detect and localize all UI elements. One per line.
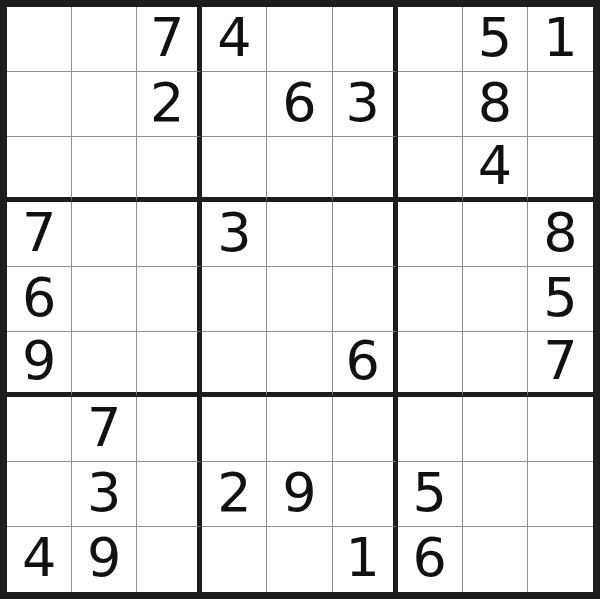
cell-r6c4[interactable]: [202, 332, 267, 397]
cell-r1c9[interactable]: 1: [528, 7, 593, 72]
cell-r3c7[interactable]: [398, 137, 463, 202]
cell-r3c8[interactable]: 4: [463, 137, 528, 202]
cell-r5c2[interactable]: [72, 267, 137, 332]
cell-r6c6[interactable]: 6: [333, 332, 398, 397]
cell-r6c8[interactable]: [463, 332, 528, 397]
cell-r9c5[interactable]: [267, 527, 332, 592]
cell-r2c9[interactable]: [528, 72, 593, 137]
cell-r4c8[interactable]: [463, 202, 528, 267]
cell-r9c6[interactable]: 1: [333, 527, 398, 592]
cell-r4c1[interactable]: 7: [7, 202, 72, 267]
cell-r1c6[interactable]: [333, 7, 398, 72]
cell-r3c6[interactable]: [333, 137, 398, 202]
cell-r9c8[interactable]: [463, 527, 528, 592]
cell-r5c9[interactable]: 5: [528, 267, 593, 332]
cell-r2c8[interactable]: 8: [463, 72, 528, 137]
cell-r9c2[interactable]: 9: [72, 527, 137, 592]
cell-r7c5[interactable]: [267, 397, 332, 462]
cell-r7c6[interactable]: [333, 397, 398, 462]
cell-r1c5[interactable]: [267, 7, 332, 72]
cell-r4c9[interactable]: 8: [528, 202, 593, 267]
cell-r7c9[interactable]: [528, 397, 593, 462]
cell-r6c9[interactable]: 7: [528, 332, 593, 397]
cell-r5c6[interactable]: [333, 267, 398, 332]
cell-r8c4[interactable]: 2: [202, 462, 267, 527]
cell-r5c4[interactable]: [202, 267, 267, 332]
cell-r4c7[interactable]: [398, 202, 463, 267]
cell-r7c2[interactable]: 7: [72, 397, 137, 462]
cell-r8c9[interactable]: [528, 462, 593, 527]
cell-r6c5[interactable]: [267, 332, 332, 397]
cell-r9c4[interactable]: [202, 527, 267, 592]
cell-r8c8[interactable]: [463, 462, 528, 527]
cell-r3c1[interactable]: [7, 137, 72, 202]
cell-r9c7[interactable]: 6: [398, 527, 463, 592]
cell-r2c4[interactable]: [202, 72, 267, 137]
cell-r8c7[interactable]: 5: [398, 462, 463, 527]
cell-r6c7[interactable]: [398, 332, 463, 397]
cell-r8c2[interactable]: 3: [72, 462, 137, 527]
cell-r9c9[interactable]: [528, 527, 593, 592]
cell-r1c2[interactable]: [72, 7, 137, 72]
cell-r4c6[interactable]: [333, 202, 398, 267]
cell-r3c2[interactable]: [72, 137, 137, 202]
cell-r8c1[interactable]: [7, 462, 72, 527]
cell-r6c3[interactable]: [137, 332, 202, 397]
cell-r8c5[interactable]: 9: [267, 462, 332, 527]
cell-r3c4[interactable]: [202, 137, 267, 202]
cell-r1c4[interactable]: 4: [202, 7, 267, 72]
cell-r9c3[interactable]: [137, 527, 202, 592]
cell-r4c5[interactable]: [267, 202, 332, 267]
sudoku-board: 74512638473865967732954916: [0, 0, 600, 599]
cell-r8c6[interactable]: [333, 462, 398, 527]
cell-r7c8[interactable]: [463, 397, 528, 462]
cell-r5c1[interactable]: 6: [7, 267, 72, 332]
cell-r5c3[interactable]: [137, 267, 202, 332]
cell-r7c7[interactable]: [398, 397, 463, 462]
cell-r8c3[interactable]: [137, 462, 202, 527]
cell-r9c1[interactable]: 4: [7, 527, 72, 592]
cell-r1c8[interactable]: 5: [463, 7, 528, 72]
cell-r3c5[interactable]: [267, 137, 332, 202]
cell-r1c3[interactable]: 7: [137, 7, 202, 72]
cell-r1c1[interactable]: [7, 7, 72, 72]
cell-r7c4[interactable]: [202, 397, 267, 462]
cell-r7c1[interactable]: [7, 397, 72, 462]
cell-r6c1[interactable]: 9: [7, 332, 72, 397]
cell-r7c3[interactable]: [137, 397, 202, 462]
cell-r4c4[interactable]: 3: [202, 202, 267, 267]
cell-r2c1[interactable]: [7, 72, 72, 137]
cell-r2c6[interactable]: 3: [333, 72, 398, 137]
cell-r4c3[interactable]: [137, 202, 202, 267]
cell-r5c7[interactable]: [398, 267, 463, 332]
cell-r6c2[interactable]: [72, 332, 137, 397]
cell-r2c3[interactable]: 2: [137, 72, 202, 137]
cell-r2c2[interactable]: [72, 72, 137, 137]
cell-r5c8[interactable]: [463, 267, 528, 332]
cell-r2c5[interactable]: 6: [267, 72, 332, 137]
cell-r3c3[interactable]: [137, 137, 202, 202]
cell-r3c9[interactable]: [528, 137, 593, 202]
cell-r2c7[interactable]: [398, 72, 463, 137]
cell-r5c5[interactable]: [267, 267, 332, 332]
cell-r4c2[interactable]: [72, 202, 137, 267]
cell-r1c7[interactable]: [398, 7, 463, 72]
